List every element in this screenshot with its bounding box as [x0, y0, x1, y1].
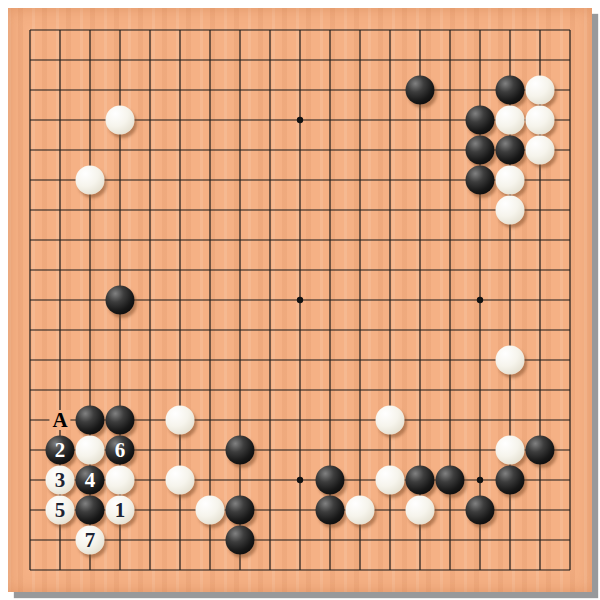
stone-white [346, 496, 375, 525]
board-label-A: A [49, 410, 70, 430]
star-point [297, 297, 303, 303]
stone-black [106, 286, 135, 315]
stone-black [76, 496, 105, 525]
stone-black [406, 466, 435, 495]
stone-white [76, 166, 105, 195]
stone-black [466, 136, 495, 165]
star-point [477, 297, 483, 303]
stone-black [526, 436, 555, 465]
stone-black [316, 466, 345, 495]
stone-black [466, 496, 495, 525]
stone-white [196, 496, 225, 525]
stone-white-move-7: 7 [76, 526, 105, 555]
go-board[interactable]: 2634517A [8, 8, 592, 592]
stone-white [526, 136, 555, 165]
stone-white-move-3: 3 [46, 466, 75, 495]
stone-white [526, 106, 555, 135]
stone-black-move-6: 6 [106, 436, 135, 465]
stone-black [226, 526, 255, 555]
stone-white [106, 466, 135, 495]
stone-white [496, 196, 525, 225]
stone-white [496, 166, 525, 195]
stone-black [226, 496, 255, 525]
stone-black [226, 436, 255, 465]
star-point [297, 477, 303, 483]
stone-black [466, 166, 495, 195]
stone-black-move-4: 4 [76, 466, 105, 495]
stone-white [406, 496, 435, 525]
star-point [297, 117, 303, 123]
go-diagram: 2634517A [0, 0, 600, 600]
stone-white [166, 466, 195, 495]
stone-white [496, 436, 525, 465]
stone-black [406, 76, 435, 105]
stone-black [496, 466, 525, 495]
stone-white-move-5: 5 [46, 496, 75, 525]
stone-white [496, 346, 525, 375]
stone-black [76, 406, 105, 435]
stone-white [526, 76, 555, 105]
stone-white-move-1: 1 [106, 496, 135, 525]
stone-black [496, 76, 525, 105]
stone-white [376, 466, 405, 495]
stone-black-move-2: 2 [46, 436, 75, 465]
stone-white [166, 406, 195, 435]
stone-white [106, 106, 135, 135]
stone-white [76, 436, 105, 465]
star-point [477, 477, 483, 483]
stone-white [376, 406, 405, 435]
stone-white [496, 106, 525, 135]
stone-black [436, 466, 465, 495]
stone-black [106, 406, 135, 435]
stone-black [496, 136, 525, 165]
stone-black [316, 496, 345, 525]
stone-black [466, 106, 495, 135]
